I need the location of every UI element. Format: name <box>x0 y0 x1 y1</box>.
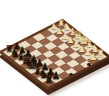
board-hinge-right <box>87 63 91 66</box>
chess-set-photo: ♜♟♞♟♝♟♛♟♚♟♝♟♟♜♞♟♟♞♜♟♟♝♟♛♟♚♟♝♟♞♟♜ <box>0 0 109 96</box>
chess-board <box>3 22 107 87</box>
board-hinge-left <box>69 73 73 76</box>
chess-board-frame <box>0 19 109 91</box>
